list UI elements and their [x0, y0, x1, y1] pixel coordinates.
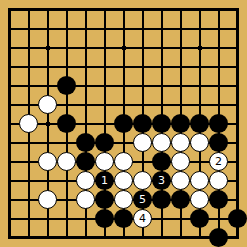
black-stone — [114, 114, 133, 133]
white-stone — [171, 152, 190, 171]
white-stone — [171, 133, 190, 152]
white-stone — [114, 190, 133, 209]
black-stone — [133, 114, 152, 133]
black-stone-move-3: 3 — [152, 171, 171, 190]
black-stone — [171, 114, 190, 133]
white-stone — [19, 114, 38, 133]
star-point — [46, 122, 50, 126]
black-stone — [152, 114, 171, 133]
white-stone — [114, 171, 133, 190]
black-stone — [76, 152, 95, 171]
black-stone — [95, 190, 114, 209]
star-point — [46, 46, 50, 50]
black-stone — [76, 133, 95, 152]
black-stone — [171, 190, 190, 209]
star-point — [198, 46, 202, 50]
black-stone — [228, 209, 247, 228]
star-point — [122, 46, 126, 50]
white-stone-move-2: 2 — [209, 152, 228, 171]
white-stone-move-4: 4 — [133, 209, 152, 228]
white-stone — [114, 152, 133, 171]
white-stone — [76, 171, 95, 190]
white-stone — [57, 152, 76, 171]
white-stone — [209, 171, 228, 190]
black-stone-move-1: 1 — [95, 171, 114, 190]
black-stone — [95, 133, 114, 152]
white-stone — [133, 133, 152, 152]
black-stone — [95, 209, 114, 228]
white-stone — [190, 190, 209, 209]
black-stone-move-5: 5 — [133, 190, 152, 209]
black-stone — [209, 133, 228, 152]
white-stone — [152, 133, 171, 152]
white-stone — [38, 152, 57, 171]
go-diagram: 21354 — [0, 0, 247, 247]
white-stone — [133, 171, 152, 190]
white-stone — [171, 171, 190, 190]
white-stone — [190, 171, 209, 190]
white-stone — [95, 152, 114, 171]
black-stone — [57, 76, 76, 95]
black-stone — [190, 114, 209, 133]
black-stone — [114, 209, 133, 228]
black-stone — [152, 190, 171, 209]
white-stone — [76, 190, 95, 209]
black-stone — [209, 228, 228, 247]
black-stone — [190, 209, 209, 228]
white-stone — [38, 95, 57, 114]
white-stone — [190, 133, 209, 152]
black-stone — [209, 190, 228, 209]
white-stone — [38, 190, 57, 209]
black-stone — [152, 152, 171, 171]
black-stone — [57, 114, 76, 133]
black-stone — [209, 114, 228, 133]
